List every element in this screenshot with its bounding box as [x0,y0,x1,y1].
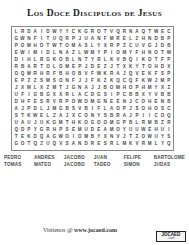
visit-text: Visítenos @ www.jocaed.com [0,227,160,233]
logo-suffix: .com [167,237,175,241]
word-search-grid: LRDAIDWYYCKGROTVQRNAQTWECGWNFITUQRPJUANF… [13,29,172,148]
word-list-item-tomas: TOMAS [4,162,22,169]
word-list-item-judas: JUDAS [154,162,171,169]
grid-cell-r9c25: Z [166,85,172,92]
word-list-item-bartolome: BARTOLOME [154,155,185,162]
visit-url: www.jocaed.com [74,227,117,233]
grid-cell-r15c25: I [166,127,172,134]
grid-cell-r13c25: Q [166,113,172,120]
grid-cell-r6c25: X [166,64,172,71]
puzzle-title: Los Doce Discipulos de Jesus [0,8,189,18]
word-list-item-simon: SIMON [124,162,140,169]
visit-prefix: Visítenos @ [43,227,74,233]
word-search-page: Los Doce Discipulos de Jesus LRDAIDWYYCK… [0,0,189,245]
word-list-item-tadeo: TADEO [94,162,111,169]
word-list-column-4: JUANTADEO [94,155,122,169]
word-list-column-3: JACOBOJACOBO [64,155,92,169]
word-list: PEDROTOMASANDRESMATEOJACOBOJACOBOJUANTAD… [4,155,185,169]
grid-cell-r7c25: P [166,71,172,78]
word-list-item-jacobo: JACOBO [64,162,85,169]
word-list-item-pedro: PEDRO [4,155,21,162]
word-list-column-6: BARTOLOMEJUDAS [154,155,185,169]
grid-cell-r3c25: B [166,43,172,50]
word-list-item-jacobo: JACOBO [64,155,85,162]
word-list-item-juan: JUAN [94,155,107,162]
word-list-item-andres: ANDRES [34,155,55,162]
grid-cell-r4c25: W [166,50,172,57]
grid-cell-r11c25: B [166,99,172,106]
jocaed-logo: JOCAED .com [156,231,186,242]
grid-cell-r2c25: P [166,36,172,43]
word-list-column-2: ANDRESMATEO [34,155,62,169]
grid-cell-r8c25: P [166,78,172,85]
word-list-item-mateo: MATEO [34,162,51,169]
word-list-column-1: PEDROTOMAS [4,155,32,169]
word-search-grid-box: LRDAIDWYYCKGROTVQRNAQTWECGWNFITUQRPJUANF… [11,26,174,151]
grid-cell-r12c25: C [166,106,172,113]
grid-cell-r10c25: B [166,92,172,99]
grid-cell-r1c25: C [166,29,172,36]
grid-cell-r17c25: Q [166,141,172,148]
grid-cell-r16c25: S [166,134,172,141]
word-list-item-felipe: FELIPE [124,155,141,162]
grid-cell-r5c25: P [166,57,172,64]
word-list-column-5: FELIPESIMON [124,155,152,169]
grid-cell-r14c25: R [166,120,172,127]
